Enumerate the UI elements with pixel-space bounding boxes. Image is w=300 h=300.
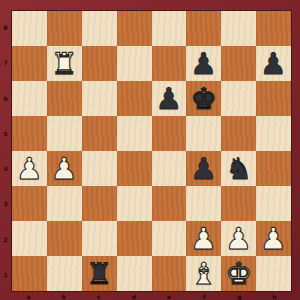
square-a8[interactable]: [12, 11, 47, 46]
black-rook-c1[interactable]: ♜: [86, 257, 113, 291]
rank-label-3: 3: [0, 186, 11, 221]
square-d5[interactable]: [117, 116, 152, 151]
square-c6[interactable]: [82, 81, 117, 116]
white-king-g1[interactable]: ♚: [225, 257, 252, 291]
square-g4[interactable]: ♞: [221, 151, 256, 186]
square-d3[interactable]: [117, 186, 152, 221]
rank-label-7: 7: [0, 45, 11, 80]
square-f4[interactable]: ♟: [186, 151, 221, 186]
white-pawn-h2[interactable]: ♟: [260, 222, 287, 256]
square-a3[interactable]: [12, 186, 47, 221]
square-c5[interactable]: [82, 116, 117, 151]
square-b7[interactable]: ♜: [47, 46, 82, 81]
square-e7[interactable]: [152, 46, 187, 81]
square-b4[interactable]: ♟: [47, 151, 82, 186]
square-g3[interactable]: [221, 186, 256, 221]
square-e3[interactable]: [152, 186, 187, 221]
square-b2[interactable]: [47, 221, 82, 256]
file-label-b: b: [46, 292, 81, 300]
square-d1[interactable]: [117, 256, 152, 291]
square-f2[interactable]: ♟: [186, 221, 221, 256]
square-a1[interactable]: [12, 256, 47, 291]
square-a6[interactable]: [12, 81, 47, 116]
square-h3[interactable]: [256, 186, 291, 221]
square-h6[interactable]: [256, 81, 291, 116]
square-c8[interactable]: [82, 11, 117, 46]
square-g6[interactable]: [221, 81, 256, 116]
square-g8[interactable]: [221, 11, 256, 46]
square-c1[interactable]: ♜: [82, 256, 117, 291]
white-pawn-b4[interactable]: ♟: [51, 152, 78, 186]
file-label-a: a: [11, 292, 46, 300]
square-c3[interactable]: [82, 186, 117, 221]
square-f6[interactable]: ♚: [186, 81, 221, 116]
file-label-f: f: [187, 292, 222, 300]
square-g5[interactable]: [221, 116, 256, 151]
square-b5[interactable]: [47, 116, 82, 151]
file-label-d: d: [116, 292, 151, 300]
file-label-e: e: [152, 292, 187, 300]
square-d8[interactable]: [117, 11, 152, 46]
square-d7[interactable]: [117, 46, 152, 81]
square-f1[interactable]: ♝: [186, 256, 221, 291]
square-a2[interactable]: [12, 221, 47, 256]
square-e1[interactable]: [152, 256, 187, 291]
square-e6[interactable]: ♟: [152, 81, 187, 116]
square-f3[interactable]: [186, 186, 221, 221]
square-b8[interactable]: [47, 11, 82, 46]
square-c7[interactable]: [82, 46, 117, 81]
square-b3[interactable]: [47, 186, 82, 221]
square-e2[interactable]: [152, 221, 187, 256]
square-a5[interactable]: [12, 116, 47, 151]
file-label-g: g: [222, 292, 257, 300]
square-h4[interactable]: [256, 151, 291, 186]
black-knight-g4[interactable]: ♞: [225, 152, 252, 186]
board-frame: ♜♟♟♟♚♟♟♟♞♟♟♟♜♝♚ 87654321abcdefgh: [0, 0, 300, 300]
black-king-f6[interactable]: ♚: [190, 82, 217, 116]
white-pawn-a4[interactable]: ♟: [16, 152, 43, 186]
square-h7[interactable]: ♟: [256, 46, 291, 81]
rank-label-5: 5: [0, 116, 11, 151]
white-rook-b7[interactable]: ♜: [51, 47, 78, 81]
square-e8[interactable]: [152, 11, 187, 46]
white-pawn-f2[interactable]: ♟: [190, 222, 217, 256]
square-a4[interactable]: ♟: [12, 151, 47, 186]
square-f7[interactable]: ♟: [186, 46, 221, 81]
rank-label-2: 2: [0, 222, 11, 257]
file-label-c: c: [81, 292, 116, 300]
square-g2[interactable]: ♟: [221, 221, 256, 256]
square-e5[interactable]: [152, 116, 187, 151]
rank-label-1: 1: [0, 257, 11, 292]
black-pawn-f7[interactable]: ♟: [190, 47, 217, 81]
black-pawn-f4[interactable]: ♟: [190, 152, 217, 186]
square-c4[interactable]: [82, 151, 117, 186]
square-g7[interactable]: [221, 46, 256, 81]
square-d2[interactable]: [117, 221, 152, 256]
white-pawn-g2[interactable]: ♟: [225, 222, 252, 256]
square-a7[interactable]: [12, 46, 47, 81]
black-pawn-h7[interactable]: ♟: [260, 47, 287, 81]
square-h8[interactable]: [256, 11, 291, 46]
rank-label-8: 8: [0, 10, 11, 45]
square-f8[interactable]: [186, 11, 221, 46]
rank-label-4: 4: [0, 151, 11, 186]
square-d4[interactable]: [117, 151, 152, 186]
rank-label-6: 6: [0, 81, 11, 116]
square-h5[interactable]: [256, 116, 291, 151]
square-h1[interactable]: [256, 256, 291, 291]
file-label-h: h: [257, 292, 292, 300]
square-g1[interactable]: ♚: [221, 256, 256, 291]
square-d6[interactable]: [117, 81, 152, 116]
square-b6[interactable]: [47, 81, 82, 116]
square-f5[interactable]: [186, 116, 221, 151]
square-c2[interactable]: [82, 221, 117, 256]
black-pawn-e6[interactable]: ♟: [155, 82, 182, 116]
white-bishop-f1[interactable]: ♝: [190, 257, 217, 291]
chess-board: ♜♟♟♟♚♟♟♟♞♟♟♟♜♝♚: [11, 10, 292, 292]
square-h2[interactable]: ♟: [256, 221, 291, 256]
square-b1[interactable]: [47, 256, 82, 291]
square-e4[interactable]: [152, 151, 187, 186]
